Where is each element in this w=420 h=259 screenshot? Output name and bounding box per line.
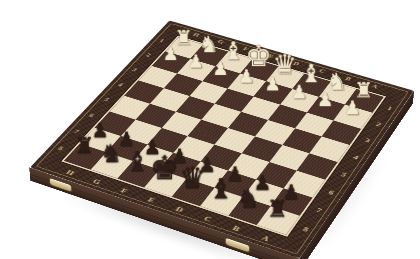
scene: HGFEDCBA HGFEDCBA 12345678 12345678 ♜♞♝♚… — [0, 0, 420, 259]
chess-board: HGFEDCBA HGFEDCBA 12345678 12345678 ♜♞♝♚… — [30, 20, 414, 258]
